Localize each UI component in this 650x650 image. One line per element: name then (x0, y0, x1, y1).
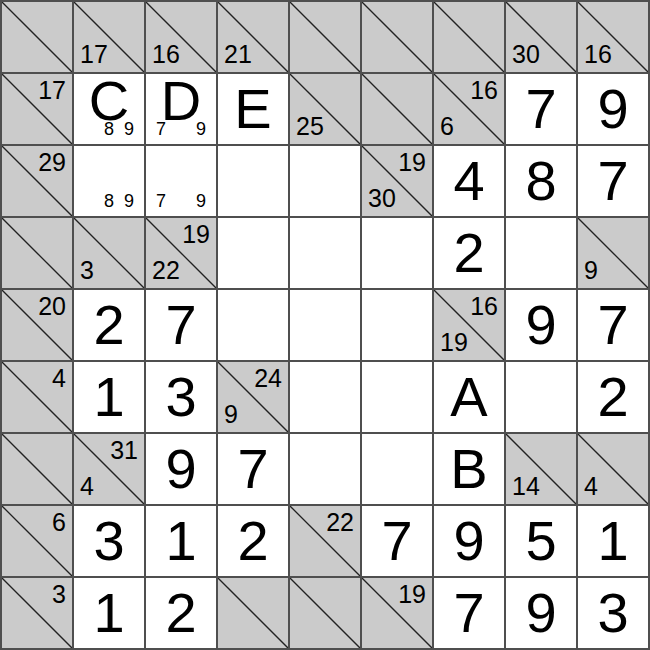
kakuro-board: 171621301617C89D79E251667929897919304873… (0, 0, 650, 650)
entry-cell-r4c1[interactable]: 2 (74, 290, 144, 360)
clue-cell-r0c7: 30 (506, 2, 576, 72)
clue-cell-r1c5 (362, 74, 432, 144)
entry-cell-r2c3[interactable] (218, 146, 288, 216)
clue-cell-r0c4 (290, 2, 360, 72)
entry-cell-r3c6[interactable]: 2 (434, 218, 504, 288)
down-clue: 30 (368, 186, 396, 211)
cell-value: 3 (578, 578, 648, 648)
candidate-digit: 7 (151, 190, 171, 211)
entry-cell-r8c6[interactable]: 7 (434, 578, 504, 648)
entry-cell-r8c1[interactable]: 1 (74, 578, 144, 648)
cell-value: 7 (434, 578, 504, 648)
cell-value: 7 (506, 74, 576, 144)
across-clue: 6 (52, 510, 66, 535)
cell-value: 2 (434, 218, 504, 288)
entry-cell-r6c3[interactable]: 7 (218, 434, 288, 504)
cell-value: 7 (578, 146, 648, 216)
entry-cell-r2c4[interactable] (290, 146, 360, 216)
down-clue: 25 (296, 114, 324, 139)
pencil-marks: 79 (151, 149, 211, 211)
candidate-digit: 8 (99, 118, 119, 139)
entry-cell-r1c2[interactable]: D79 (146, 74, 216, 144)
candidate-digit: 9 (119, 190, 139, 211)
clue-cell-r0c1: 17 (74, 2, 144, 72)
across-clue: 19 (398, 150, 426, 175)
down-clue: 9 (584, 258, 598, 283)
down-clue: 3 (80, 258, 94, 283)
entry-cell-r6c4[interactable] (290, 434, 360, 504)
clue-cell-r3c1: 3 (74, 218, 144, 288)
across-clue: 17 (38, 78, 66, 103)
across-clue: 19 (398, 582, 426, 607)
entry-cell-r6c2[interactable]: 9 (146, 434, 216, 504)
entry-cell-r1c3[interactable]: E (218, 74, 288, 144)
kakuro-puzzle-page: 171621301617C89D79E251667929897919304873… (0, 0, 650, 650)
entry-cell-r8c2[interactable]: 2 (146, 578, 216, 648)
clue-cell-r3c2: 1922 (146, 218, 216, 288)
across-clue: 4 (52, 366, 66, 391)
clue-cell-r0c5 (362, 2, 432, 72)
cell-value: 1 (146, 506, 216, 576)
entry-cell-r5c1[interactable]: 1 (74, 362, 144, 432)
clue-cell-r0c8: 16 (578, 2, 648, 72)
cell-value: 1 (74, 578, 144, 648)
entry-cell-r7c7[interactable]: 5 (506, 506, 576, 576)
clue-cell-r1c0: 17 (2, 74, 72, 144)
clue-cell-r8c3 (218, 578, 288, 648)
down-clue: 17 (80, 42, 108, 67)
entry-cell-r6c6[interactable]: B (434, 434, 504, 504)
cell-value: 9 (146, 434, 216, 504)
entry-cell-r8c7[interactable]: 9 (506, 578, 576, 648)
candidate-digit: 9 (191, 190, 211, 211)
across-clue: 16 (470, 294, 498, 319)
diagonal-line (290, 578, 360, 648)
clue-cell-r4c6: 1619 (434, 290, 504, 360)
diagonal-line (434, 2, 504, 72)
candidate-digit: 7 (151, 118, 171, 139)
entry-cell-r7c1[interactable]: 3 (74, 506, 144, 576)
clue-cell-r5c3: 249 (218, 362, 288, 432)
clue-cell-r5c0: 4 (2, 362, 72, 432)
clue-cell-r2c5: 1930 (362, 146, 432, 216)
down-clue: 22 (152, 258, 180, 283)
entry-cell-r7c2[interactable]: 1 (146, 506, 216, 576)
entry-cell-r6c5[interactable] (362, 434, 432, 504)
clue-cell-r0c0 (2, 2, 72, 72)
cell-value: 7 (146, 290, 216, 360)
entry-cell-r7c5[interactable]: 7 (362, 506, 432, 576)
diagonal-line (362, 2, 432, 72)
clue-cell-r8c5: 19 (362, 578, 432, 648)
down-clue: 16 (152, 42, 180, 67)
clue-cell-r1c4: 25 (290, 74, 360, 144)
down-clue: 4 (584, 474, 598, 499)
entry-cell-r7c8[interactable]: 1 (578, 506, 648, 576)
clue-cell-r6c1: 314 (74, 434, 144, 504)
pencil-marks: 89 (79, 77, 139, 139)
cell-value: 5 (506, 506, 576, 576)
down-clue: 6 (440, 114, 454, 139)
entry-cell-r5c5[interactable] (362, 362, 432, 432)
entry-cell-r3c3[interactable] (218, 218, 288, 288)
across-clue: 3 (52, 582, 66, 607)
clue-cell-r4c0: 20 (2, 290, 72, 360)
entry-cell-r3c4[interactable] (290, 218, 360, 288)
clue-cell-r1c6: 166 (434, 74, 504, 144)
cell-value: 7 (578, 290, 648, 360)
entry-cell-r8c8[interactable]: 3 (578, 578, 648, 648)
across-clue: 22 (326, 510, 354, 535)
cell-value: 9 (506, 290, 576, 360)
down-clue: 30 (512, 42, 540, 67)
cell-value: 1 (74, 362, 144, 432)
down-clue: 19 (440, 330, 468, 355)
cell-value: 3 (74, 506, 144, 576)
entry-cell-r2c6[interactable]: 4 (434, 146, 504, 216)
cell-value: 1 (578, 506, 648, 576)
pencil-marks: 79 (151, 77, 211, 139)
cell-value: 9 (578, 74, 648, 144)
entry-cell-r1c7[interactable]: 7 (506, 74, 576, 144)
clue-cell-r0c2: 16 (146, 2, 216, 72)
entry-cell-r7c3[interactable]: 2 (218, 506, 288, 576)
across-clue: 24 (254, 366, 282, 391)
entry-cell-r2c7[interactable]: 8 (506, 146, 576, 216)
entry-cell-r2c8[interactable]: 7 (578, 146, 648, 216)
clue-cell-r0c3: 21 (218, 2, 288, 72)
entry-cell-r5c7[interactable] (506, 362, 576, 432)
across-clue: 20 (38, 294, 66, 319)
entry-cell-r5c8[interactable]: 2 (578, 362, 648, 432)
cell-value: A (434, 362, 504, 432)
entry-cell-r3c7[interactable] (506, 218, 576, 288)
clue-cell-r3c0 (2, 218, 72, 288)
clue-cell-r7c4: 22 (290, 506, 360, 576)
cell-value: 7 (362, 506, 432, 576)
diagonal-line (218, 578, 288, 648)
clue-cell-r2c0: 29 (2, 146, 72, 216)
clue-cell-r8c4 (290, 578, 360, 648)
entry-cell-r2c1[interactable]: 89 (74, 146, 144, 216)
clue-cell-r7c0: 6 (2, 506, 72, 576)
cell-value: 2 (74, 290, 144, 360)
cell-value: 8 (506, 146, 576, 216)
diagonal-line (2, 2, 72, 72)
entry-cell-r4c7[interactable]: 9 (506, 290, 576, 360)
across-clue: 19 (182, 222, 210, 247)
cell-value: 7 (218, 434, 288, 504)
clue-cell-r8c0: 3 (2, 578, 72, 648)
entry-cell-r1c1[interactable]: C89 (74, 74, 144, 144)
pencil-marks: 89 (79, 149, 139, 211)
entry-cell-r3c5[interactable] (362, 218, 432, 288)
down-clue: 16 (584, 42, 612, 67)
clue-cell-r0c6 (434, 2, 504, 72)
diagonal-line (2, 218, 72, 288)
cell-value: 2 (578, 362, 648, 432)
across-clue: 29 (38, 150, 66, 175)
clue-cell-r3c8: 9 (578, 218, 648, 288)
diagonal-line (362, 74, 432, 144)
cell-value: E (218, 74, 288, 144)
candidate-digit: 9 (191, 118, 211, 139)
diagonal-line (290, 2, 360, 72)
entry-cell-r4c5[interactable] (362, 290, 432, 360)
cell-value: 9 (434, 506, 504, 576)
clue-cell-r6c7: 14 (506, 434, 576, 504)
clue-cell-r6c8: 4 (578, 434, 648, 504)
cell-value: 2 (218, 506, 288, 576)
down-clue: 4 (80, 474, 94, 499)
across-clue: 31 (110, 438, 138, 463)
candidate-digit: 8 (99, 190, 119, 211)
cell-value: B (434, 434, 504, 504)
entry-cell-r7c6[interactable]: 9 (434, 506, 504, 576)
entry-cell-r4c3[interactable] (218, 290, 288, 360)
entry-cell-r1c8[interactable]: 9 (578, 74, 648, 144)
diagonal-line (2, 434, 72, 504)
down-clue: 9 (224, 402, 238, 427)
clue-cell-r6c0 (2, 434, 72, 504)
entry-cell-r4c2[interactable]: 7 (146, 290, 216, 360)
cell-value: 2 (146, 578, 216, 648)
cell-value: 4 (434, 146, 504, 216)
cell-value: 9 (506, 578, 576, 648)
entry-cell-r4c8[interactable]: 7 (578, 290, 648, 360)
cell-value: 3 (146, 362, 216, 432)
entry-cell-r5c2[interactable]: 3 (146, 362, 216, 432)
entry-cell-r2c2[interactable]: 79 (146, 146, 216, 216)
entry-cell-r5c6[interactable]: A (434, 362, 504, 432)
down-clue: 14 (512, 474, 540, 499)
down-clue: 21 (224, 42, 252, 67)
entry-cell-r4c4[interactable] (290, 290, 360, 360)
entry-cell-r5c4[interactable] (290, 362, 360, 432)
candidate-digit: 9 (119, 118, 139, 139)
across-clue: 16 (470, 78, 498, 103)
